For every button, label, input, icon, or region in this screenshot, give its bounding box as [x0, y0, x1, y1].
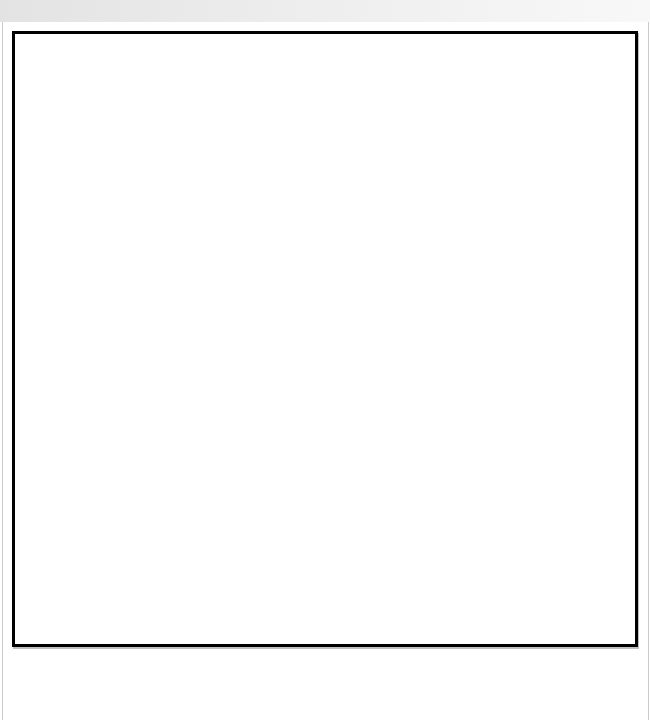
sudoku-board [12, 31, 638, 647]
window-left-edge [2, 22, 3, 720]
sudoku-grid [15, 34, 635, 644]
footer [40, 676, 81, 692]
window-title-bar [0, 0, 650, 22]
sudoku-app-window: { "game": "sudoku", "position": "21.6.9.… [0, 0, 650, 720]
window-right-edge [648, 22, 649, 720]
